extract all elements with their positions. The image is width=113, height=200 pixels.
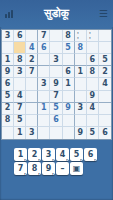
cell-r7c9[interactable]: [99, 103, 111, 115]
cell-digit: 6: [17, 32, 23, 40]
key-6[interactable]: 6,: [84, 148, 97, 161]
cell-digit: 9: [90, 92, 96, 100]
cell-r7c5[interactable]: 5: [50, 103, 62, 115]
cell-digit: 1: [41, 104, 47, 112]
key-3[interactable]: 3,: [42, 148, 55, 161]
cell-r3c5[interactable]: 3: [50, 54, 62, 66]
cell-r1c9[interactable]: [99, 30, 111, 42]
cell-r9c3[interactable]: 3: [26, 127, 38, 139]
cell-digit: 4: [17, 92, 23, 100]
key-5-label: 5: [74, 150, 80, 159]
cell-digit: 8: [90, 68, 96, 76]
cell-r4c3[interactable]: 7: [26, 66, 38, 78]
cell-r7c7[interactable]: 3: [75, 103, 87, 115]
cell-r5c8[interactable]: [87, 78, 99, 90]
cell-digit: 9: [77, 129, 83, 137]
cell-r8c5[interactable]: 6: [50, 115, 62, 127]
key-subscript: ,: [38, 170, 40, 175]
cell-digit: 5: [53, 104, 59, 112]
cell-digit: 5: [65, 44, 71, 52]
key-subscript: ,: [52, 170, 54, 175]
key-subscript: ,: [52, 156, 54, 161]
cell-r5c5[interactable]: 9: [50, 78, 62, 90]
key-8[interactable]: 8,: [28, 162, 41, 175]
bar-chart-bar: [5, 14, 7, 18]
dash-key-label: –: [61, 164, 65, 173]
cell-digit: 3: [17, 68, 23, 76]
sudoku-board: 3678····46581823659376182639145479271593…: [1, 29, 112, 140]
cell-r2c4[interactable]: 6: [38, 42, 50, 54]
cell-r1c7[interactable]: ··: [75, 30, 87, 42]
cell-r1c4[interactable]: 7: [38, 30, 50, 42]
key-subscript: ,: [94, 156, 96, 161]
key-subscript: ,: [24, 156, 26, 161]
cell-digit: 6: [102, 129, 108, 137]
cell-r6c9[interactable]: [99, 91, 111, 103]
pencil-mark: ·: [77, 36, 79, 40]
cell-digit: 8: [17, 56, 23, 64]
cell-r4c9[interactable]: 2: [99, 66, 111, 78]
cell-digit: 4: [102, 80, 108, 88]
key-2-label: 2: [32, 150, 38, 159]
cell-r5c9[interactable]: 4: [99, 78, 111, 90]
cell-digit: 6: [5, 80, 11, 88]
cell-r1c6[interactable]: 8: [63, 30, 75, 42]
cell-r2c2[interactable]: [14, 42, 26, 54]
cell-r5c7[interactable]: [75, 78, 87, 90]
cell-digit: 5: [5, 92, 11, 100]
cell-r9c6[interactable]: [63, 127, 75, 139]
key-4-label: 4: [60, 150, 66, 159]
key-subscript: ,: [80, 156, 82, 161]
hamburger-menu-icon[interactable]: ☰: [99, 9, 108, 19]
cell-r5c6[interactable]: 1: [63, 78, 75, 90]
eraser-key-label: ▣: [73, 165, 81, 173]
cell-digit: 9: [65, 104, 71, 112]
key-9-label: 9: [46, 164, 52, 173]
cell-digit: 7: [17, 104, 23, 112]
cell-r4c5[interactable]: [50, 66, 62, 78]
cell-r9c4[interactable]: [38, 127, 50, 139]
cell-r2c3[interactable]: 4: [26, 42, 38, 54]
cell-r4c2[interactable]: 3: [14, 66, 26, 78]
dash-key[interactable]: –: [56, 162, 69, 175]
cell-r2c7[interactable]: 8: [75, 42, 87, 54]
cell-r5c3[interactable]: [26, 78, 38, 90]
cell-r9c2[interactable]: 1: [14, 127, 26, 139]
cell-r9c5[interactable]: [50, 127, 62, 139]
cell-r6c5[interactable]: 7: [50, 91, 62, 103]
cell-r7c1[interactable]: 2: [2, 103, 14, 115]
cell-r6c2[interactable]: 4: [14, 91, 26, 103]
key-5[interactable]: 5,: [70, 148, 83, 161]
cell-r2c9[interactable]: [99, 42, 111, 54]
cell-r4c6[interactable]: 6: [63, 66, 75, 78]
cell-r4c8[interactable]: 8: [87, 66, 99, 78]
cell-digit: 8: [65, 32, 71, 40]
cell-digit: 4: [29, 44, 35, 52]
cell-digit: 3: [5, 32, 11, 40]
cell-r5c1[interactable]: 6: [2, 78, 14, 90]
bar-chart-bar: [11, 10, 13, 18]
cell-digit: 9: [53, 80, 59, 88]
cell-r9c9[interactable]: 6: [99, 127, 111, 139]
cell-r9c8[interactable]: 5: [87, 127, 99, 139]
cell-r5c2[interactable]: [14, 78, 26, 90]
cell-r1c8[interactable]: ··: [87, 30, 99, 42]
key-8-label: 8: [32, 164, 38, 173]
cell-digit: 3: [29, 129, 35, 137]
cell-r5c4[interactable]: 3: [38, 78, 50, 90]
cell-digit: 2: [29, 56, 35, 64]
cell-digit: 1: [77, 68, 83, 76]
cell-r7c4[interactable]: 1: [38, 103, 50, 115]
key-9[interactable]: 9,: [42, 162, 55, 175]
cell-digit: 5: [17, 116, 23, 124]
cell-digit: 3: [77, 104, 83, 112]
cell-r1c5[interactable]: [50, 30, 62, 42]
key-1[interactable]: 1,: [14, 148, 27, 161]
stats-icon[interactable]: [5, 10, 13, 18]
key-7-label: 7: [18, 164, 24, 173]
cell-r8c4[interactable]: [38, 115, 50, 127]
app-title: सुडोकू: [0, 7, 113, 20]
key-7[interactable]: 7,: [14, 162, 27, 175]
cell-r7c2[interactable]: 7: [14, 103, 26, 115]
cell-digit: 8: [5, 116, 11, 124]
key-4[interactable]: 4,: [56, 148, 69, 161]
cell-r2c8[interactable]: [87, 42, 99, 54]
bar-chart-bar: [8, 12, 10, 18]
cell-r9c7[interactable]: 9: [75, 127, 87, 139]
cell-digit: 4: [90, 104, 96, 112]
cell-digit: 2: [5, 104, 11, 112]
cell-digit: 7: [53, 92, 59, 100]
cell-digit: 2: [102, 68, 108, 76]
cell-r8c8[interactable]: [87, 115, 99, 127]
cell-r7c6[interactable]: 9: [63, 103, 75, 115]
cell-r2c6[interactable]: 5: [63, 42, 75, 54]
cell-digit: 5: [90, 129, 96, 137]
cell-r2c5[interactable]: [50, 42, 62, 54]
key-1-label: 1: [18, 150, 24, 159]
key-subscript: ,: [38, 156, 40, 161]
cell-r3c8[interactable]: 6: [87, 54, 99, 66]
pencil-mark: ·: [89, 36, 91, 40]
cell-r4c1[interactable]: 9: [2, 66, 14, 78]
cell-digit: 6: [90, 56, 96, 64]
cell-r3c6[interactable]: [63, 54, 75, 66]
cell-r7c8[interactable]: 4: [87, 103, 99, 115]
cell-r6c4[interactable]: [38, 91, 50, 103]
cell-r1c3[interactable]: [26, 30, 38, 42]
cell-digit: 7: [29, 68, 35, 76]
cell-digit: 1: [17, 129, 23, 137]
cell-r2c1[interactable]: [2, 42, 14, 54]
cell-r3c3[interactable]: 2: [26, 54, 38, 66]
cell-digit: 1: [65, 80, 71, 88]
cell-r8c6[interactable]: [63, 115, 75, 127]
cell-digit: 6: [41, 44, 47, 52]
cell-digit: 7: [41, 32, 47, 40]
keypad: 1,2,3,4,5,6,7,8,9,–▣: [14, 148, 99, 175]
cell-digit: 5: [102, 56, 108, 64]
cell-digit: 3: [53, 56, 59, 64]
cell-r4c4[interactable]: [38, 66, 50, 78]
cell-r8c1[interactable]: 8: [2, 115, 14, 127]
cell-r3c4[interactable]: [38, 54, 50, 66]
cell-digit: 6: [53, 116, 59, 124]
cell-r8c2[interactable]: 5: [14, 115, 26, 127]
cell-r4c7[interactable]: 1: [75, 66, 87, 78]
header: सुडोकू ☰: [0, 0, 113, 27]
cell-r8c7[interactable]: [75, 115, 87, 127]
cell-r8c9[interactable]: [99, 115, 111, 127]
cell-r6c7[interactable]: [75, 91, 87, 103]
key-3-label: 3: [46, 150, 52, 159]
cell-r1c1[interactable]: 3: [2, 30, 14, 42]
cell-digit: 9: [5, 68, 11, 76]
cell-r3c9[interactable]: 5: [99, 54, 111, 66]
cell-r7c3[interactable]: [26, 103, 38, 115]
eraser-key[interactable]: ▣: [70, 162, 83, 175]
cell-r3c7[interactable]: [75, 54, 87, 66]
cell-digit: 1: [5, 56, 11, 64]
cell-r9c1[interactable]: [2, 127, 14, 139]
cell-digit: 6: [65, 68, 71, 76]
key-subscript: ,: [24, 170, 26, 175]
cell-r6c3[interactable]: [26, 91, 38, 103]
cell-r6c1[interactable]: 5: [2, 91, 14, 103]
cell-digit: 8: [77, 44, 83, 52]
cell-r6c8[interactable]: 9: [87, 91, 99, 103]
cell-r3c1[interactable]: 1: [2, 54, 14, 66]
key-subscript: ,: [66, 156, 68, 161]
cell-digit: 3: [41, 80, 47, 88]
cell-r6c6[interactable]: [63, 91, 75, 103]
key-2[interactable]: 2,: [28, 148, 41, 161]
cell-r3c2[interactable]: 8: [14, 54, 26, 66]
cell-r1c2[interactable]: 6: [14, 30, 26, 42]
key-6-label: 6: [88, 150, 94, 159]
cell-r8c3[interactable]: [26, 115, 38, 127]
